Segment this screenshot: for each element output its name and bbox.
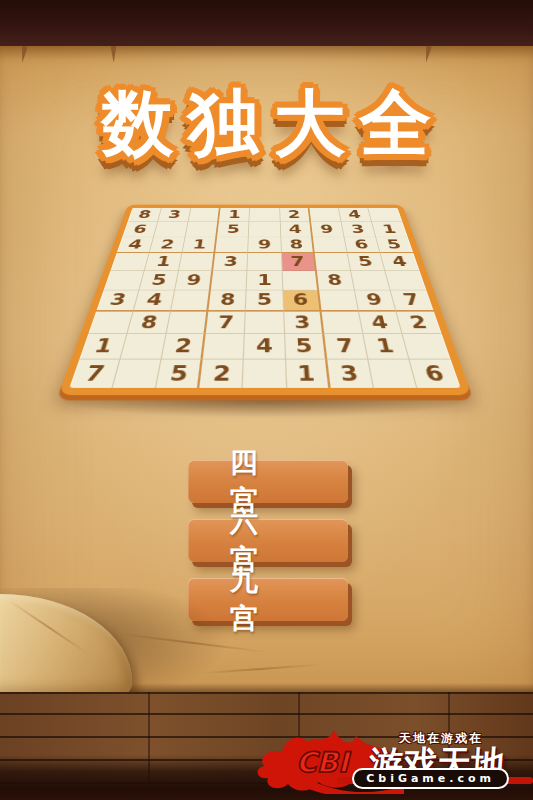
board-cell bbox=[189, 208, 221, 222]
board-cell: 1 bbox=[286, 360, 331, 388]
board-cell: 2 bbox=[280, 208, 311, 222]
board-cell: 4 bbox=[134, 290, 176, 311]
board-cell: 4 bbox=[359, 311, 403, 334]
board-cell bbox=[104, 271, 145, 290]
board-cell: 7 bbox=[391, 290, 434, 311]
board-cell: 4 bbox=[244, 334, 285, 359]
board-cell: 2 bbox=[162, 334, 206, 359]
board-cell bbox=[216, 237, 250, 253]
board-cell: 5 bbox=[217, 222, 249, 237]
board-cell: 1 bbox=[247, 271, 283, 290]
board-cell bbox=[309, 208, 341, 222]
board-cell bbox=[403, 334, 451, 359]
board-cell bbox=[368, 208, 402, 222]
board-cell: 5 bbox=[156, 360, 203, 388]
watermark-url: CbiGame.com bbox=[352, 768, 509, 789]
board-cell: 8 bbox=[317, 271, 355, 290]
board-cell: 7 bbox=[206, 311, 246, 334]
board-cell bbox=[321, 311, 363, 334]
board-cell: 5 bbox=[246, 290, 284, 311]
board-cell bbox=[245, 311, 284, 334]
board-cell: 8 bbox=[128, 208, 162, 222]
board-cell bbox=[282, 271, 319, 290]
board-cell: 2 bbox=[396, 311, 442, 334]
board-cell: 7 bbox=[324, 334, 368, 359]
board-cell: 9 bbox=[175, 271, 213, 290]
board-cell: 4 bbox=[339, 208, 372, 222]
board-cell: 5 bbox=[139, 271, 179, 290]
six-grid-button[interactable]: 六宫 bbox=[188, 519, 348, 562]
board-cell: 8 bbox=[281, 237, 315, 253]
board-cell bbox=[110, 253, 149, 271]
board-cell: 1 bbox=[79, 334, 127, 359]
board-cell: 3 bbox=[96, 290, 139, 311]
board-cell: 4 bbox=[280, 222, 312, 237]
board-cell: 4 bbox=[117, 237, 154, 253]
board-cell: 8 bbox=[209, 290, 247, 311]
board-cell bbox=[385, 271, 426, 290]
board-cell: 2 bbox=[150, 237, 186, 253]
board-cell: 5 bbox=[376, 237, 413, 253]
board-cell: 3 bbox=[284, 311, 324, 334]
top-status-bar bbox=[0, 0, 533, 46]
four-grid-button[interactable]: 四宫 bbox=[188, 460, 348, 503]
app-screen: 数独大全 83124654931421986513754591834856978… bbox=[0, 0, 533, 800]
board-cell: 9 bbox=[311, 222, 344, 237]
board-cell bbox=[186, 222, 219, 237]
board-cell bbox=[314, 253, 350, 271]
board-cell: 1 bbox=[145, 253, 183, 271]
board-cell: 1 bbox=[372, 222, 408, 237]
board-cell bbox=[243, 360, 286, 388]
board-perspective-wrap: 8312465493142198651375459183485697873421… bbox=[100, 144, 430, 417]
board-cell bbox=[154, 222, 189, 237]
board-cell bbox=[250, 208, 281, 222]
board-cell: 3 bbox=[327, 360, 374, 388]
board-cell bbox=[313, 237, 348, 253]
board-cell bbox=[120, 334, 166, 359]
board-cell: 3 bbox=[158, 208, 191, 222]
board-cell bbox=[113, 360, 162, 388]
board-cell: 2 bbox=[200, 360, 245, 388]
board-cell: 3 bbox=[213, 253, 248, 271]
board-cell: 9 bbox=[355, 290, 397, 311]
board-cell bbox=[211, 271, 248, 290]
board-cell: 1 bbox=[183, 237, 218, 253]
board-cell bbox=[203, 334, 245, 359]
board-cell bbox=[351, 271, 391, 290]
board-cell bbox=[171, 290, 211, 311]
board-cell: 7 bbox=[281, 253, 316, 271]
board-cell: 6 bbox=[410, 360, 461, 388]
board-cell: 6 bbox=[122, 222, 158, 237]
sudoku-board: 8312465493142198651375459183485697873421… bbox=[58, 205, 472, 396]
board-cell: 3 bbox=[341, 222, 376, 237]
board-cell: 6 bbox=[283, 290, 321, 311]
board-cell bbox=[248, 253, 282, 271]
board-cell: 9 bbox=[248, 237, 281, 253]
board-cell: 5 bbox=[285, 334, 327, 359]
cbi-logo-text: CBI bbox=[296, 746, 351, 779]
board-cell: 1 bbox=[219, 208, 250, 222]
board-cell bbox=[88, 311, 134, 334]
board-cell: 5 bbox=[347, 253, 385, 271]
watermark: CBI 天地在游戏在 游戏天地 CbiGame.com bbox=[240, 710, 533, 800]
board-cell bbox=[319, 290, 359, 311]
board-cell bbox=[249, 222, 281, 237]
board-cell: 1 bbox=[363, 334, 409, 359]
board-cell: 6 bbox=[344, 237, 380, 253]
board-cell bbox=[179, 253, 215, 271]
board-cell: 8 bbox=[127, 311, 171, 334]
board-cell bbox=[167, 311, 209, 334]
board-cell: 4 bbox=[380, 253, 419, 271]
